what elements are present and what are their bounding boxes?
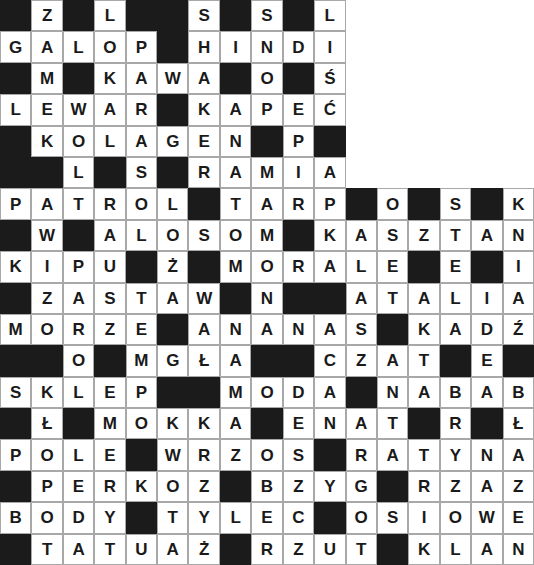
letter-cell-r8-c11[interactable]: K (314, 220, 345, 251)
letter-cell-r13-c8[interactable]: M (220, 377, 251, 408)
letter-cell-r14-c10[interactable]: E (283, 408, 314, 439)
black-cell-r16-c1 (0, 471, 31, 502)
void-r1-c16 (471, 0, 502, 31)
black-cell-r5-c11 (314, 126, 345, 157)
letter-cell-r2-c9[interactable]: N (251, 31, 282, 62)
black-cell-r10-c11 (314, 283, 345, 314)
letter-cell-r13-c9[interactable]: O (251, 377, 282, 408)
letter-cell-r8-c16[interactable]: A (471, 220, 502, 251)
letter-cell-r6-c3[interactable]: L (63, 157, 94, 188)
black-cell-r15-c11 (314, 439, 345, 470)
letter-cell-r15-c17[interactable]: A (503, 439, 534, 470)
void-r5-c17 (503, 126, 534, 157)
letter-cell-r2-c4[interactable]: O (94, 31, 125, 62)
letter-cell-r6-c11[interactable]: A (314, 157, 345, 188)
letter-cell-r9-c3[interactable]: P (63, 251, 94, 282)
black-cell-r13-c6 (157, 377, 188, 408)
letter-cell-r1-c11[interactable]: L (314, 0, 345, 31)
letter-cell-r11-c14[interactable]: K (408, 314, 439, 345)
crossword-page: ZLSSLGALOPHINDIMKAWAOŚLEWARKAPEĆKOLAGENP… (0, 0, 534, 565)
void-r2-c13 (377, 31, 408, 62)
letter-cell-r16-c16[interactable]: A (471, 471, 502, 502)
letter-cell-r13-c16[interactable]: A (471, 377, 502, 408)
letter-cell-r12-c6[interactable]: G (157, 345, 188, 376)
black-cell-r18-c1 (0, 534, 31, 565)
letter-cell-r15-c10[interactable]: S (283, 439, 314, 470)
letter-cell-r15-c6[interactable]: W (157, 439, 188, 470)
void-r6-c17 (503, 157, 534, 188)
letter-cell-r4-c3[interactable]: W (63, 94, 94, 125)
letter-cell-r14-c5[interactable]: O (126, 408, 157, 439)
black-cell-r12-c17 (503, 345, 534, 376)
letter-cell-r18-c10[interactable]: Z (283, 534, 314, 565)
letter-cell-r14-c12[interactable]: A (346, 408, 377, 439)
letter-cell-r9-c12[interactable]: L (346, 251, 377, 282)
black-cell-r12-c4 (94, 345, 125, 376)
letter-cell-r9-c17[interactable]: I (503, 251, 534, 282)
black-cell-r6-c1 (0, 157, 31, 188)
black-cell-r7-c14 (408, 188, 439, 219)
letter-cell-r6-c10[interactable]: I (283, 157, 314, 188)
black-cell-r6-c6 (157, 157, 188, 188)
letter-cell-r12-c14[interactable]: T (408, 345, 439, 376)
letter-cell-r18-c6[interactable]: A (157, 534, 188, 565)
letter-cell-r6-c9[interactable]: M (251, 157, 282, 188)
letter-cell-r14-c11[interactable]: N (314, 408, 345, 439)
letter-cell-r15-c4[interactable]: E (94, 439, 125, 470)
black-cell-r9-c5 (126, 251, 157, 282)
void-r5-c14 (408, 126, 439, 157)
black-cell-r1-c8 (220, 0, 251, 31)
black-cell-r17-c11 (314, 502, 345, 533)
letter-cell-r7-c17[interactable]: K (503, 188, 534, 219)
letter-cell-r12-c3[interactable]: O (63, 345, 94, 376)
void-r4-c15 (440, 94, 471, 125)
letter-cell-r4-c8[interactable]: A (220, 94, 251, 125)
letter-cell-r17-c2[interactable]: O (31, 502, 62, 533)
void-r5-c15 (440, 126, 471, 157)
letter-cell-r10-c4[interactable]: S (94, 283, 125, 314)
void-r1-c15 (440, 0, 471, 31)
black-cell-r8-c3 (63, 220, 94, 251)
void-r5-c12 (346, 126, 377, 157)
letter-cell-r13-c3[interactable]: L (63, 377, 94, 408)
letter-cell-r17-c13[interactable]: S (377, 502, 408, 533)
letter-cell-r11-c1[interactable]: M (0, 314, 31, 345)
letter-cell-r5-c5[interactable]: A (126, 126, 157, 157)
letter-cell-r7-c11[interactable]: P (314, 188, 345, 219)
letter-cell-r16-c17[interactable]: Z (503, 471, 534, 502)
void-r4-c17 (503, 94, 534, 125)
letter-cell-r2-c2[interactable]: A (31, 31, 62, 62)
letter-cell-r17-c8[interactable]: L (220, 502, 251, 533)
letter-cell-r16-c12[interactable]: G (346, 471, 377, 502)
letter-cell-r14-c13[interactable]: T (377, 408, 408, 439)
black-cell-r15-c5 (126, 439, 157, 470)
letter-cell-r4-c5[interactable]: R (126, 94, 157, 125)
letter-cell-r2-c1[interactable]: G (0, 31, 31, 62)
black-cell-r4-c6 (157, 94, 188, 125)
letter-cell-r15-c9[interactable]: O (251, 439, 282, 470)
letter-cell-r17-c9[interactable]: E (251, 502, 282, 533)
void-r6-c14 (408, 157, 439, 188)
letter-cell-r8-c5[interactable]: L (126, 220, 157, 251)
letter-cell-r11-c5[interactable]: E (126, 314, 157, 345)
letter-cell-r17-c4[interactable]: Y (94, 502, 125, 533)
letter-cell-r16-c2[interactable]: P (31, 471, 62, 502)
letter-cell-r10-c5[interactable]: T (126, 283, 157, 314)
letter-cell-r18-c5[interactable]: U (126, 534, 157, 565)
letter-cell-r3-c4[interactable]: K (94, 63, 125, 94)
void-r4-c13 (377, 94, 408, 125)
letter-cell-r17-c6[interactable]: T (157, 502, 188, 533)
black-cell-r16-c8 (220, 471, 251, 502)
letter-cell-r16-c14[interactable]: R (408, 471, 439, 502)
letter-cell-r11-c17[interactable]: Ź (503, 314, 534, 345)
letter-cell-r18-c16[interactable]: A (471, 534, 502, 565)
letter-cell-r9-c13[interactable]: E (377, 251, 408, 282)
letter-cell-r11-c3[interactable]: R (63, 314, 94, 345)
letter-cell-r15-c13[interactable]: A (377, 439, 408, 470)
letter-cell-r12-c8[interactable]: A (220, 345, 251, 376)
letter-cell-r4-c10[interactable]: E (283, 94, 314, 125)
letter-cell-r4-c1[interactable]: L (0, 94, 31, 125)
void-r5-c16 (471, 126, 502, 157)
letter-cell-r14-c7[interactable]: K (188, 408, 219, 439)
letter-cell-r7-c5[interactable]: O (126, 188, 157, 219)
black-cell-r12-c1 (0, 345, 31, 376)
letter-cell-r2-c10[interactable]: D (283, 31, 314, 62)
letter-cell-r18-c4[interactable]: T (94, 534, 125, 565)
letter-cell-r12-c13[interactable]: A (377, 345, 408, 376)
letter-cell-r15-c2[interactable]: O (31, 439, 62, 470)
void-r5-c13 (377, 126, 408, 157)
letter-cell-r2-c5[interactable]: P (126, 31, 157, 62)
letter-cell-r14-c2[interactable]: Ł (31, 408, 62, 439)
letter-cell-r7-c10[interactable]: R (283, 188, 314, 219)
letter-cell-r3-c2[interactable]: M (31, 63, 62, 94)
letter-cell-r10-c2[interactable]: Z (31, 283, 62, 314)
letter-cell-r8-c8[interactable]: O (220, 220, 251, 251)
letter-cell-r7-c4[interactable]: R (94, 188, 125, 219)
letter-cell-r18-c9[interactable]: R (251, 534, 282, 565)
letter-cell-r8-c4[interactable]: A (94, 220, 125, 251)
letter-cell-r13-c10[interactable]: D (283, 377, 314, 408)
letter-cell-r18-c3[interactable]: A (63, 534, 94, 565)
letter-cell-r15-c7[interactable]: R (188, 439, 219, 470)
letter-cell-r14-c8[interactable]: A (220, 408, 251, 439)
letter-cell-r17-c7[interactable]: Y (188, 502, 219, 533)
letter-cell-r13-c15[interactable]: B (440, 377, 471, 408)
letter-cell-r18-c17[interactable]: N (503, 534, 534, 565)
letter-cell-r3-c5[interactable]: A (126, 63, 157, 94)
letter-cell-r10-c3[interactable]: A (63, 283, 94, 314)
letter-cell-r2-c11[interactable]: I (314, 31, 345, 62)
letter-cell-r9-c8[interactable]: M (220, 251, 251, 282)
letter-cell-r12-c16[interactable]: E (471, 345, 502, 376)
letter-cell-r8-c7[interactable]: S (188, 220, 219, 251)
letter-cell-r13-c4[interactable]: E (94, 377, 125, 408)
letter-cell-r6-c8[interactable]: A (220, 157, 251, 188)
letter-cell-r8-c12[interactable]: A (346, 220, 377, 251)
black-cell-r10-c10 (283, 283, 314, 314)
letter-cell-r14-c17[interactable]: Ł (503, 408, 534, 439)
letter-cell-r4-c11[interactable]: Ć (314, 94, 345, 125)
letter-cell-r18-c2[interactable]: T (31, 534, 62, 565)
black-cell-r6-c4 (94, 157, 125, 188)
letter-cell-r15-c15[interactable]: Y (440, 439, 471, 470)
letter-cell-r8-c13[interactable]: S (377, 220, 408, 251)
letter-cell-r15-c3[interactable]: L (63, 439, 94, 470)
letter-cell-r17-c14[interactable]: I (408, 502, 439, 533)
letter-cell-r10-c16[interactable]: I (471, 283, 502, 314)
void-r3-c16 (471, 63, 502, 94)
letter-cell-r9-c9[interactable]: O (251, 251, 282, 282)
letter-cell-r11-c15[interactable]: A (440, 314, 471, 345)
letter-cell-r8-c2[interactable]: W (31, 220, 62, 251)
letter-cell-r7-c1[interactable]: P (0, 188, 31, 219)
black-cell-r7-c12 (346, 188, 377, 219)
void-r1-c12 (346, 0, 377, 31)
letter-cell-r16-c15[interactable]: Z (440, 471, 471, 502)
black-cell-r5-c1 (0, 126, 31, 157)
letter-cell-r11-c12[interactable]: S (346, 314, 377, 345)
letter-cell-r3-c6[interactable]: W (157, 63, 188, 94)
void-r2-c15 (440, 31, 471, 62)
void-r6-c12 (346, 157, 377, 188)
letter-cell-r11-c4[interactable]: Z (94, 314, 125, 345)
letter-cell-r11-c2[interactable]: O (31, 314, 62, 345)
black-cell-r11-c6 (157, 314, 188, 345)
letter-cell-r17-c15[interactable]: O (440, 502, 471, 533)
letter-cell-r5-c7[interactable]: E (188, 126, 219, 157)
letter-cell-r9-c10[interactable]: R (283, 251, 314, 282)
letter-cell-r5-c10[interactable]: P (283, 126, 314, 157)
letter-cell-r9-c15[interactable]: E (440, 251, 471, 282)
letter-cell-r15-c8[interactable]: Z (220, 439, 251, 470)
void-r6-c13 (377, 157, 408, 188)
letter-cell-r11-c16[interactable]: D (471, 314, 502, 345)
letter-cell-r2-c7[interactable]: H (188, 31, 219, 62)
black-cell-r8-c10 (283, 220, 314, 251)
letter-cell-r15-c1[interactable]: P (0, 439, 31, 470)
letter-cell-r11-c10[interactable]: N (283, 314, 314, 345)
letter-cell-r9-c2[interactable]: I (31, 251, 62, 282)
black-cell-r2-c6 (157, 31, 188, 62)
black-cell-r14-c1 (0, 408, 31, 439)
letter-cell-r10-c14[interactable]: A (408, 283, 439, 314)
crossword-grid: ZLSSLGALOPHINDIMKAWAOŚLEWARKAPEĆKOLAGENP… (0, 0, 534, 565)
letter-cell-r16-c4[interactable]: R (94, 471, 125, 502)
black-cell-r7-c7 (188, 188, 219, 219)
letter-cell-r6-c5[interactable]: S (126, 157, 157, 188)
void-r4-c14 (408, 94, 439, 125)
letter-cell-r5-c4[interactable]: L (94, 126, 125, 157)
letter-cell-r8-c17[interactable]: N (503, 220, 534, 251)
letter-cell-r10-c15[interactable]: L (440, 283, 471, 314)
letter-cell-r17-c10[interactable]: C (283, 502, 314, 533)
letter-cell-r8-c15[interactable]: T (440, 220, 471, 251)
black-cell-r3-c3 (63, 63, 94, 94)
letter-cell-r2-c3[interactable]: L (63, 31, 94, 62)
void-r2-c14 (408, 31, 439, 62)
letter-cell-r15-c14[interactable]: T (408, 439, 439, 470)
void-r3-c13 (377, 63, 408, 94)
letter-cell-r13-c5[interactable]: P (126, 377, 157, 408)
letter-cell-r12-c12[interactable]: Z (346, 345, 377, 376)
letter-cell-r18-c14[interactable]: K (408, 534, 439, 565)
letter-cell-r1-c9[interactable]: S (251, 0, 282, 31)
letter-cell-r17-c1[interactable]: B (0, 502, 31, 533)
void-r2-c17 (503, 31, 534, 62)
letter-cell-r16-c9[interactable]: B (251, 471, 282, 502)
black-cell-r1-c3 (63, 0, 94, 31)
letter-cell-r7-c3[interactable]: T (63, 188, 94, 219)
letter-cell-r3-c9[interactable]: O (251, 63, 282, 94)
letter-cell-r11-c9[interactable]: A (251, 314, 282, 345)
letter-cell-r5-c6[interactable]: G (157, 126, 188, 157)
black-cell-r10-c1 (0, 283, 31, 314)
letter-cell-r7-c6[interactable]: L (157, 188, 188, 219)
letter-cell-r17-c17[interactable]: E (503, 502, 534, 533)
letter-cell-r16-c11[interactable]: Y (314, 471, 345, 502)
letter-cell-r13-c1[interactable]: S (0, 377, 31, 408)
letter-cell-r13-c14[interactable]: A (408, 377, 439, 408)
letter-cell-r11-c7[interactable]: A (188, 314, 219, 345)
letter-cell-r16-c6[interactable]: O (157, 471, 188, 502)
letter-cell-r5-c2[interactable]: K (31, 126, 62, 157)
void-r6-c16 (471, 157, 502, 188)
letter-cell-r4-c7[interactable]: K (188, 94, 219, 125)
letter-cell-r9-c1[interactable]: K (0, 251, 31, 282)
letter-cell-r4-c9[interactable]: P (251, 94, 282, 125)
letter-cell-r8-c9[interactable]: M (251, 220, 282, 251)
letter-cell-r5-c3[interactable]: O (63, 126, 94, 157)
letter-cell-r17-c3[interactable]: D (63, 502, 94, 533)
letter-cell-r10-c6[interactable]: A (157, 283, 188, 314)
letter-cell-r17-c12[interactable]: O (346, 502, 377, 533)
letter-cell-r17-c16[interactable]: W (471, 502, 502, 533)
letter-cell-r18-c12[interactable]: T (346, 534, 377, 565)
letter-cell-r14-c6[interactable]: K (157, 408, 188, 439)
letter-cell-r7-c9[interactable]: A (251, 188, 282, 219)
black-cell-r1-c10 (283, 0, 314, 31)
letter-cell-r10-c9[interactable]: N (251, 283, 282, 314)
black-cell-r1-c1 (0, 0, 31, 31)
letter-cell-r1-c4[interactable]: L (94, 0, 125, 31)
letter-cell-r13-c11[interactable]: A (314, 377, 345, 408)
black-cell-r16-c13 (377, 471, 408, 502)
black-cell-r1-c6 (157, 0, 188, 31)
letter-cell-r3-c11[interactable]: Ś (314, 63, 345, 94)
letter-cell-r9-c6[interactable]: Ż (157, 251, 188, 282)
black-cell-r17-c5 (126, 502, 157, 533)
black-cell-r14-c9 (251, 408, 282, 439)
letter-cell-r9-c11[interactable]: A (314, 251, 345, 282)
letter-cell-r18-c15[interactable]: L (440, 534, 471, 565)
letter-cell-r15-c12[interactable]: R (346, 439, 377, 470)
letter-cell-r1-c2[interactable]: Z (31, 0, 62, 31)
letter-cell-r16-c7[interactable]: Z (188, 471, 219, 502)
letter-cell-r12-c11[interactable]: C (314, 345, 345, 376)
letter-cell-r7-c2[interactable]: A (31, 188, 62, 219)
letter-cell-r16-c3[interactable]: E (63, 471, 94, 502)
letter-cell-r8-c14[interactable]: Z (408, 220, 439, 251)
black-cell-r12-c9 (251, 345, 282, 376)
black-cell-r9-c14 (408, 251, 439, 282)
letter-cell-r15-c16[interactable]: N (471, 439, 502, 470)
letter-cell-r7-c15[interactable]: S (440, 188, 471, 219)
letter-cell-r5-c8[interactable]: N (220, 126, 251, 157)
letter-cell-r18-c7[interactable]: Ż (188, 534, 219, 565)
letter-cell-r3-c7[interactable]: A (188, 63, 219, 94)
letter-cell-r1-c7[interactable]: S (188, 0, 219, 31)
letter-cell-r4-c2[interactable]: E (31, 94, 62, 125)
black-cell-r12-c15 (440, 345, 471, 376)
letter-cell-r16-c5[interactable]: K (126, 471, 157, 502)
letter-cell-r9-c4[interactable]: U (94, 251, 125, 282)
letter-cell-r18-c11[interactable]: U (314, 534, 345, 565)
black-cell-r14-c3 (63, 408, 94, 439)
letter-cell-r10-c13[interactable]: T (377, 283, 408, 314)
letter-cell-r11-c11[interactable]: A (314, 314, 345, 345)
black-cell-r9-c7 (188, 251, 219, 282)
letter-cell-r7-c8[interactable]: T (220, 188, 251, 219)
letter-cell-r13-c13[interactable]: N (377, 377, 408, 408)
letter-cell-r7-c13[interactable]: O (377, 188, 408, 219)
black-cell-r12-c2 (31, 345, 62, 376)
black-cell-r18-c8 (220, 534, 251, 565)
letter-cell-r10-c12[interactable]: A (346, 283, 377, 314)
void-r2-c12 (346, 31, 377, 62)
black-cell-r3-c1 (0, 63, 31, 94)
letter-cell-r14-c4[interactable]: M (94, 408, 125, 439)
black-cell-r18-c13 (377, 534, 408, 565)
void-r3-c15 (440, 63, 471, 94)
letter-cell-r8-c6[interactable]: O (157, 220, 188, 251)
black-cell-r3-c10 (283, 63, 314, 94)
letter-cell-r10-c17[interactable]: A (503, 283, 534, 314)
black-cell-r11-c13 (377, 314, 408, 345)
letter-cell-r13-c2[interactable]: K (31, 377, 62, 408)
void-r3-c14 (408, 63, 439, 94)
letter-cell-r14-c15[interactable]: R (440, 408, 471, 439)
letter-cell-r6-c7[interactable]: R (188, 157, 219, 188)
letter-cell-r4-c4[interactable]: A (94, 94, 125, 125)
letter-cell-r11-c8[interactable]: N (220, 314, 251, 345)
black-cell-r13-c7 (188, 377, 219, 408)
black-cell-r3-c8 (220, 63, 251, 94)
black-cell-r14-c14 (408, 408, 439, 439)
void-r3-c17 (503, 63, 534, 94)
letter-cell-r2-c8[interactable]: I (220, 31, 251, 62)
letter-cell-r13-c17[interactable]: B (503, 377, 534, 408)
letter-cell-r10-c7[interactable]: W (188, 283, 219, 314)
void-r6-c15 (440, 157, 471, 188)
black-cell-r8-c1 (0, 220, 31, 251)
black-cell-r1-c5 (126, 0, 157, 31)
letter-cell-r12-c5[interactable]: M (126, 345, 157, 376)
black-cell-r7-c16 (471, 188, 502, 219)
void-r1-c13 (377, 0, 408, 31)
black-cell-r12-c10 (283, 345, 314, 376)
black-cell-r5-c9 (251, 126, 282, 157)
black-cell-r14-c16 (471, 408, 502, 439)
void-r1-c14 (408, 0, 439, 31)
black-cell-r9-c16 (471, 251, 502, 282)
letter-cell-r16-c10[interactable]: Z (283, 471, 314, 502)
letter-cell-r12-c7[interactable]: Ł (188, 345, 219, 376)
